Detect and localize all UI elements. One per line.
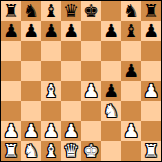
white-knight-b1: ♞ (23, 141, 39, 161)
square-h3[interactable] (141, 101, 161, 121)
black-pawn-d7: ♟ (63, 21, 79, 41)
square-h6[interactable] (141, 41, 161, 61)
square-e8[interactable]: ♚ (81, 1, 101, 21)
square-c7[interactable]: ♟ (41, 21, 61, 41)
square-f5[interactable] (101, 61, 121, 81)
square-b7[interactable]: ♟ (21, 21, 41, 41)
square-h4[interactable]: ♟ (141, 81, 161, 101)
square-g3[interactable] (121, 101, 141, 121)
square-d5[interactable] (61, 61, 81, 81)
white-pawn-a2: ♟ (3, 121, 19, 141)
white-pawn-c2: ♟ (43, 121, 59, 141)
square-a6[interactable] (1, 41, 21, 61)
square-g4[interactable] (121, 81, 141, 101)
square-e4[interactable]: ♟ (81, 81, 101, 101)
white-bishop-c4: ♝ (43, 81, 59, 101)
white-pawn-g2: ♟ (123, 121, 139, 141)
square-d8[interactable]: ♛ (61, 1, 81, 21)
square-b3[interactable] (21, 101, 41, 121)
square-b4[interactable] (21, 81, 41, 101)
black-pawn-h7: ♟ (143, 21, 159, 41)
square-b6[interactable] (21, 41, 41, 61)
square-d2[interactable]: ♟ (61, 121, 81, 141)
white-bishop-c1: ♝ (43, 141, 59, 161)
square-h2[interactable] (141, 121, 161, 141)
white-queen-d1: ♛ (63, 141, 79, 161)
square-d7[interactable]: ♟ (61, 21, 81, 41)
square-f2[interactable] (101, 121, 121, 141)
square-d3[interactable] (61, 101, 81, 121)
square-f1[interactable] (101, 141, 121, 161)
square-b5[interactable] (21, 61, 41, 81)
black-bishop-g7: ♝ (123, 21, 139, 41)
square-c8[interactable]: ♝ (41, 1, 61, 21)
square-c1[interactable]: ♝ (41, 141, 61, 161)
square-f4[interactable]: ♟ (101, 81, 121, 101)
square-a3[interactable] (1, 101, 21, 121)
black-pawn-a7: ♟ (3, 21, 19, 41)
square-g6[interactable] (121, 41, 141, 61)
white-pawn-h4: ♟ (143, 81, 159, 101)
square-h5[interactable] (141, 61, 161, 81)
square-f6[interactable] (101, 41, 121, 61)
square-e3[interactable] (81, 101, 101, 121)
square-h8[interactable]: ♜ (141, 1, 161, 21)
square-g7[interactable]: ♝ (121, 21, 141, 41)
square-e5[interactable] (81, 61, 101, 81)
square-g8[interactable]: ♞ (121, 1, 141, 21)
black-pawn-c7: ♟ (43, 21, 59, 41)
chess-board: ♜♞♝♛♚♞♜♟♟♟♟♟♝♟♟♝♟♟♟♞♟♟♟♟♟♜♞♝♛♚♜ (1, 1, 161, 161)
square-e2[interactable] (81, 121, 101, 141)
black-knight-g8: ♞ (123, 1, 139, 21)
black-pawn-f7: ♟ (103, 21, 119, 41)
square-c4[interactable]: ♝ (41, 81, 61, 101)
chess-board-frame: ♜♞♝♛♚♞♜♟♟♟♟♟♝♟♟♝♟♟♟♞♟♟♟♟♟♜♞♝♛♚♜ (0, 0, 162, 162)
square-a7[interactable]: ♟ (1, 21, 21, 41)
white-pawn-d2: ♟ (63, 121, 79, 141)
white-king-e1: ♚ (83, 141, 99, 161)
white-knight-f3: ♞ (103, 101, 119, 121)
square-b2[interactable]: ♟ (21, 121, 41, 141)
black-knight-b8: ♞ (23, 1, 39, 21)
square-b8[interactable]: ♞ (21, 1, 41, 21)
square-c6[interactable] (41, 41, 61, 61)
square-e6[interactable] (81, 41, 101, 61)
black-rook-h8: ♜ (143, 1, 159, 21)
black-pawn-f4: ♟ (103, 81, 119, 101)
black-queen-d8: ♛ (63, 1, 79, 21)
square-g5[interactable]: ♟ (121, 61, 141, 81)
square-g1[interactable] (121, 141, 141, 161)
square-h7[interactable]: ♟ (141, 21, 161, 41)
square-f3[interactable]: ♞ (101, 101, 121, 121)
square-a4[interactable] (1, 81, 21, 101)
square-a2[interactable]: ♟ (1, 121, 21, 141)
square-e1[interactable]: ♚ (81, 141, 101, 161)
square-a5[interactable] (1, 61, 21, 81)
square-g2[interactable]: ♟ (121, 121, 141, 141)
square-c2[interactable]: ♟ (41, 121, 61, 141)
square-f8[interactable] (101, 1, 121, 21)
square-a1[interactable]: ♜ (1, 141, 21, 161)
square-a8[interactable]: ♜ (1, 1, 21, 21)
white-rook-a1: ♜ (3, 141, 19, 161)
square-h1[interactable]: ♜ (141, 141, 161, 161)
square-d6[interactable] (61, 41, 81, 61)
white-rook-h1: ♜ (143, 141, 159, 161)
black-king-e8: ♚ (83, 1, 99, 21)
black-bishop-c8: ♝ (43, 1, 59, 21)
square-c5[interactable] (41, 61, 61, 81)
square-b1[interactable]: ♞ (21, 141, 41, 161)
square-d4[interactable] (61, 81, 81, 101)
black-rook-a8: ♜ (3, 1, 19, 21)
white-pawn-e4: ♟ (83, 81, 99, 101)
square-f7[interactable]: ♟ (101, 21, 121, 41)
black-pawn-b7: ♟ (23, 21, 39, 41)
square-c3[interactable] (41, 101, 61, 121)
black-pawn-g5: ♟ (123, 61, 139, 81)
square-d1[interactable]: ♛ (61, 141, 81, 161)
square-e7[interactable] (81, 21, 101, 41)
white-pawn-b2: ♟ (23, 121, 39, 141)
